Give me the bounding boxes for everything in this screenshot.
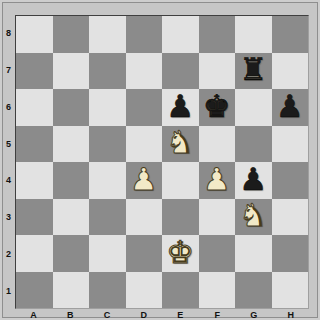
chess-diagram: 87654321 ABCDEFGH ♜♟♚♟♞♟♟♟♞♚ bbox=[0, 0, 320, 320]
square-d8[interactable] bbox=[126, 16, 163, 53]
square-a8[interactable] bbox=[16, 16, 53, 53]
rank-label-3: 3 bbox=[2, 199, 15, 236]
piece-black-pawn-h6[interactable]: ♟ bbox=[276, 91, 304, 122]
square-g4[interactable]: ♟ bbox=[235, 162, 272, 199]
square-e6[interactable]: ♟ bbox=[162, 89, 199, 126]
piece-black-pawn-e6[interactable]: ♟ bbox=[166, 91, 194, 122]
piece-black-rook-g7[interactable]: ♜ bbox=[239, 54, 267, 85]
file-label-e: E bbox=[162, 308, 199, 320]
piece-white-king-e2[interactable]: ♚ bbox=[166, 237, 194, 268]
rank-label-1: 1 bbox=[2, 272, 15, 309]
square-f3[interactable] bbox=[199, 199, 236, 236]
square-d7[interactable] bbox=[126, 53, 163, 90]
square-d4[interactable]: ♟ bbox=[126, 162, 163, 199]
square-c2[interactable] bbox=[89, 235, 126, 272]
piece-black-pawn-g4[interactable]: ♟ bbox=[239, 164, 267, 195]
chess-board: ♜♟♚♟♞♟♟♟♞♚ bbox=[15, 15, 309, 309]
rank-label-5: 5 bbox=[2, 125, 15, 162]
square-c3[interactable] bbox=[89, 199, 126, 236]
file-label-a: A bbox=[15, 308, 52, 320]
square-e3[interactable] bbox=[162, 199, 199, 236]
square-a7[interactable] bbox=[16, 53, 53, 90]
rank-label-4: 4 bbox=[2, 162, 15, 199]
square-f7[interactable] bbox=[199, 53, 236, 90]
file-label-h: H bbox=[272, 308, 309, 320]
square-f5[interactable] bbox=[199, 126, 236, 163]
square-c8[interactable] bbox=[89, 16, 126, 53]
file-label-f: F bbox=[199, 308, 236, 320]
piece-white-pawn-f4[interactable]: ♟ bbox=[203, 164, 231, 195]
rank-label-7: 7 bbox=[2, 52, 15, 89]
square-e8[interactable] bbox=[162, 16, 199, 53]
square-h1[interactable] bbox=[272, 272, 309, 309]
square-h5[interactable] bbox=[272, 126, 309, 163]
square-h3[interactable] bbox=[272, 199, 309, 236]
square-b1[interactable] bbox=[53, 272, 90, 309]
square-f2[interactable] bbox=[199, 235, 236, 272]
square-g1[interactable] bbox=[235, 272, 272, 309]
square-b7[interactable] bbox=[53, 53, 90, 90]
square-f1[interactable] bbox=[199, 272, 236, 309]
file-label-b: B bbox=[52, 308, 89, 320]
square-b6[interactable] bbox=[53, 89, 90, 126]
square-g8[interactable] bbox=[235, 16, 272, 53]
file-labels: ABCDEFGH bbox=[15, 308, 309, 320]
square-b8[interactable] bbox=[53, 16, 90, 53]
square-c5[interactable] bbox=[89, 126, 126, 163]
square-d5[interactable] bbox=[126, 126, 163, 163]
square-h7[interactable] bbox=[272, 53, 309, 90]
square-a2[interactable] bbox=[16, 235, 53, 272]
rank-label-6: 6 bbox=[2, 89, 15, 126]
square-b3[interactable] bbox=[53, 199, 90, 236]
rank-label-2: 2 bbox=[2, 236, 15, 273]
square-g5[interactable] bbox=[235, 126, 272, 163]
square-c4[interactable] bbox=[89, 162, 126, 199]
square-b4[interactable] bbox=[53, 162, 90, 199]
square-h6[interactable]: ♟ bbox=[272, 89, 309, 126]
square-h2[interactable] bbox=[272, 235, 309, 272]
square-d2[interactable] bbox=[126, 235, 163, 272]
file-label-d: D bbox=[125, 308, 162, 320]
square-c1[interactable] bbox=[89, 272, 126, 309]
square-c7[interactable] bbox=[89, 53, 126, 90]
square-b5[interactable] bbox=[53, 126, 90, 163]
square-f8[interactable] bbox=[199, 16, 236, 53]
square-a6[interactable] bbox=[16, 89, 53, 126]
rank-label-8: 8 bbox=[2, 15, 15, 52]
square-e5[interactable]: ♞ bbox=[162, 126, 199, 163]
square-a5[interactable] bbox=[16, 126, 53, 163]
piece-white-knight-g3[interactable]: ♞ bbox=[239, 200, 267, 231]
square-g6[interactable] bbox=[235, 89, 272, 126]
piece-white-knight-e5[interactable]: ♞ bbox=[166, 127, 194, 158]
piece-white-pawn-d4[interactable]: ♟ bbox=[130, 164, 158, 195]
rank-labels: 87654321 bbox=[2, 15, 15, 309]
square-e4[interactable] bbox=[162, 162, 199, 199]
square-g7[interactable]: ♜ bbox=[235, 53, 272, 90]
piece-black-king-f6[interactable]: ♚ bbox=[203, 91, 231, 122]
square-f6[interactable]: ♚ bbox=[199, 89, 236, 126]
file-label-g: G bbox=[236, 308, 273, 320]
square-d3[interactable] bbox=[126, 199, 163, 236]
square-h8[interactable] bbox=[272, 16, 309, 53]
square-h4[interactable] bbox=[272, 162, 309, 199]
square-d1[interactable] bbox=[126, 272, 163, 309]
square-g3[interactable]: ♞ bbox=[235, 199, 272, 236]
square-f4[interactable]: ♟ bbox=[199, 162, 236, 199]
square-g2[interactable] bbox=[235, 235, 272, 272]
file-label-c: C bbox=[89, 308, 126, 320]
square-e1[interactable] bbox=[162, 272, 199, 309]
square-e7[interactable] bbox=[162, 53, 199, 90]
square-a4[interactable] bbox=[16, 162, 53, 199]
square-b2[interactable] bbox=[53, 235, 90, 272]
square-a1[interactable] bbox=[16, 272, 53, 309]
square-a3[interactable] bbox=[16, 199, 53, 236]
square-e2[interactable]: ♚ bbox=[162, 235, 199, 272]
square-c6[interactable] bbox=[89, 89, 126, 126]
square-d6[interactable] bbox=[126, 89, 163, 126]
